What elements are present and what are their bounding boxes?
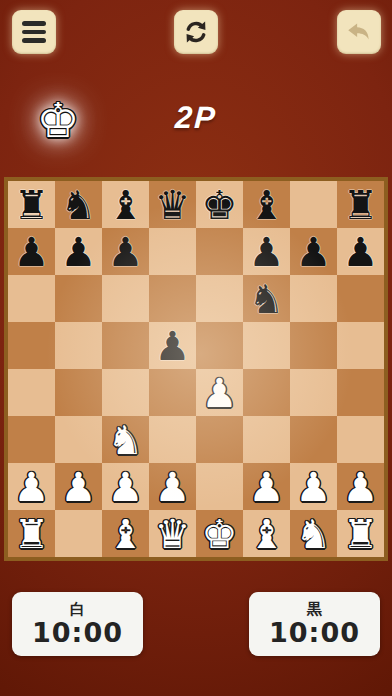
square-c2[interactable]: ♟ — [102, 463, 149, 510]
square-f8[interactable]: ♝ — [243, 181, 290, 228]
hamburger-menu-icon — [22, 21, 46, 43]
square-d6[interactable] — [149, 275, 196, 322]
piece-white-pawn[interactable]: ♟ — [14, 467, 50, 507]
square-e1[interactable]: ♚ — [196, 510, 243, 557]
square-e3[interactable] — [196, 416, 243, 463]
white-clock-time: 10:00 — [32, 618, 123, 648]
white-clock-label: 白 — [70, 601, 85, 618]
square-d1[interactable]: ♛ — [149, 510, 196, 557]
square-a1[interactable]: ♜ — [8, 510, 55, 557]
square-a4[interactable] — [8, 369, 55, 416]
square-b4[interactable] — [55, 369, 102, 416]
undo-button[interactable] — [337, 10, 381, 54]
square-b5[interactable] — [55, 322, 102, 369]
square-g1[interactable]: ♞ — [290, 510, 337, 557]
piece-white-pawn[interactable]: ♟ — [249, 467, 285, 507]
square-e6[interactable] — [196, 275, 243, 322]
piece-white-king[interactable]: ♚ — [202, 514, 238, 554]
piece-white-bishop[interactable]: ♝ — [108, 514, 144, 554]
square-g6[interactable] — [290, 275, 337, 322]
square-f3[interactable] — [243, 416, 290, 463]
square-b1[interactable] — [55, 510, 102, 557]
piece-black-pawn[interactable]: ♟ — [14, 232, 50, 272]
piece-white-pawn[interactable]: ♟ — [155, 467, 191, 507]
piece-black-pawn[interactable]: ♟ — [343, 232, 379, 272]
square-h7[interactable]: ♟ — [337, 228, 384, 275]
piece-black-rook[interactable]: ♜ — [343, 185, 379, 225]
piece-black-rook[interactable]: ♜ — [14, 185, 50, 225]
piece-black-pawn[interactable]: ♟ — [155, 326, 191, 366]
square-a5[interactable] — [8, 322, 55, 369]
square-b8[interactable]: ♞ — [55, 181, 102, 228]
piece-black-pawn[interactable]: ♟ — [108, 232, 144, 272]
square-d5[interactable]: ♟ — [149, 322, 196, 369]
square-f4[interactable] — [243, 369, 290, 416]
new-game-button[interactable] — [174, 10, 218, 54]
refresh-icon — [182, 18, 210, 46]
square-a7[interactable]: ♟ — [8, 228, 55, 275]
square-d7[interactable] — [149, 228, 196, 275]
white-clock-button[interactable]: 白 10:00 — [12, 592, 143, 656]
square-a6[interactable] — [8, 275, 55, 322]
piece-black-pawn[interactable]: ♟ — [61, 232, 97, 272]
square-b7[interactable]: ♟ — [55, 228, 102, 275]
piece-white-rook[interactable]: ♜ — [14, 514, 50, 554]
square-a2[interactable]: ♟ — [8, 463, 55, 510]
black-clock-button[interactable]: 黒 10:00 — [249, 592, 380, 656]
square-g5[interactable] — [290, 322, 337, 369]
piece-white-knight[interactable]: ♞ — [296, 514, 332, 554]
square-h8[interactable]: ♜ — [337, 181, 384, 228]
square-d2[interactable]: ♟ — [149, 463, 196, 510]
piece-black-king[interactable]: ♚ — [202, 185, 238, 225]
square-c6[interactable] — [102, 275, 149, 322]
square-d8[interactable]: ♛ — [149, 181, 196, 228]
piece-black-pawn[interactable]: ♟ — [296, 232, 332, 272]
square-c1[interactable]: ♝ — [102, 510, 149, 557]
square-f7[interactable]: ♟ — [243, 228, 290, 275]
piece-white-rook[interactable]: ♜ — [343, 514, 379, 554]
piece-black-bishop[interactable]: ♝ — [249, 185, 285, 225]
piece-white-bishop[interactable]: ♝ — [249, 514, 285, 554]
piece-black-knight[interactable]: ♞ — [249, 279, 285, 319]
piece-white-knight[interactable]: ♞ — [108, 420, 144, 460]
square-d4[interactable] — [149, 369, 196, 416]
square-c4[interactable] — [102, 369, 149, 416]
square-h2[interactable]: ♟ — [337, 463, 384, 510]
square-d3[interactable] — [149, 416, 196, 463]
black-clock-time: 10:00 — [269, 618, 360, 648]
square-a3[interactable] — [8, 416, 55, 463]
square-a8[interactable]: ♜ — [8, 181, 55, 228]
square-e7[interactable] — [196, 228, 243, 275]
square-e4[interactable]: ♟ — [196, 369, 243, 416]
square-e5[interactable] — [196, 322, 243, 369]
square-f2[interactable]: ♟ — [243, 463, 290, 510]
square-h3[interactable] — [337, 416, 384, 463]
piece-white-queen[interactable]: ♛ — [155, 514, 191, 554]
square-b2[interactable]: ♟ — [55, 463, 102, 510]
piece-black-queen[interactable]: ♛ — [155, 185, 191, 225]
square-g8[interactable] — [290, 181, 337, 228]
piece-white-pawn[interactable]: ♟ — [61, 467, 97, 507]
piece-black-pawn[interactable]: ♟ — [249, 232, 285, 272]
game-mode-label: 2P — [0, 100, 392, 136]
piece-white-pawn[interactable]: ♟ — [343, 467, 379, 507]
square-c3[interactable]: ♞ — [102, 416, 149, 463]
square-b6[interactable] — [55, 275, 102, 322]
piece-white-pawn[interactable]: ♟ — [108, 467, 144, 507]
piece-white-pawn[interactable]: ♟ — [202, 373, 238, 413]
piece-white-pawn[interactable]: ♟ — [296, 467, 332, 507]
square-e2[interactable] — [196, 463, 243, 510]
undo-icon — [344, 17, 374, 47]
square-c8[interactable]: ♝ — [102, 181, 149, 228]
square-f5[interactable] — [243, 322, 290, 369]
piece-black-bishop[interactable]: ♝ — [108, 185, 144, 225]
square-c7[interactable]: ♟ — [102, 228, 149, 275]
square-h1[interactable]: ♜ — [337, 510, 384, 557]
square-g4[interactable] — [290, 369, 337, 416]
square-h6[interactable] — [337, 275, 384, 322]
square-c5[interactable] — [102, 322, 149, 369]
square-g2[interactable]: ♟ — [290, 463, 337, 510]
square-e8[interactable]: ♚ — [196, 181, 243, 228]
chess-board[interactable]: ♜♞♝♛♚♝♜♟♟♟♟♟♟♞♟♟♞♟♟♟♟♟♟♟♜♝♛♚♝♞♜ — [4, 177, 388, 561]
square-b3[interactable] — [55, 416, 102, 463]
menu-button[interactable] — [12, 10, 56, 54]
square-h5[interactable] — [337, 322, 384, 369]
piece-black-knight[interactable]: ♞ — [61, 185, 97, 225]
square-f1[interactable]: ♝ — [243, 510, 290, 557]
square-h4[interactable] — [337, 369, 384, 416]
square-g7[interactable]: ♟ — [290, 228, 337, 275]
square-f6[interactable]: ♞ — [243, 275, 290, 322]
square-g3[interactable] — [290, 416, 337, 463]
black-clock-label: 黒 — [307, 601, 322, 618]
